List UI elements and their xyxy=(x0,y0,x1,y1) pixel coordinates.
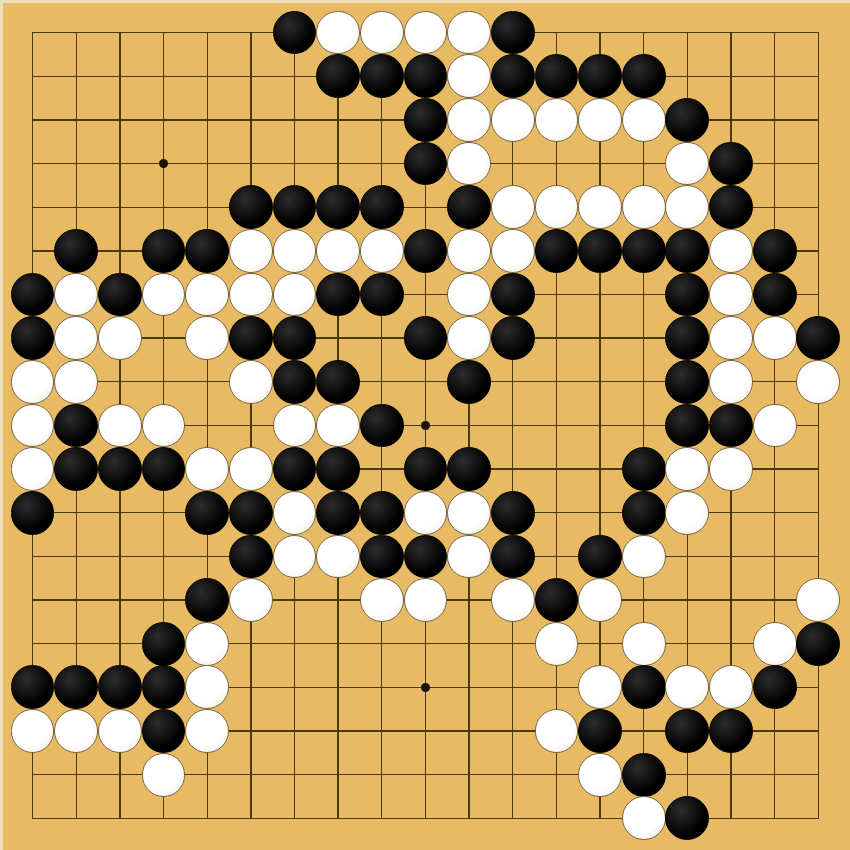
stone-white[interactable] xyxy=(185,447,229,491)
stone-white[interactable] xyxy=(404,578,448,622)
stone-white[interactable] xyxy=(665,185,709,229)
stone-white[interactable] xyxy=(273,535,317,579)
stone-white[interactable] xyxy=(578,753,622,797)
stone-black[interactable] xyxy=(404,535,448,579)
stone-black[interactable] xyxy=(54,665,98,709)
stone-black[interactable] xyxy=(273,185,317,229)
star-point xyxy=(159,159,169,169)
stone-black[interactable] xyxy=(185,578,229,622)
stone-black[interactable] xyxy=(142,622,186,666)
stone-white[interactable] xyxy=(665,142,709,186)
stone-black[interactable] xyxy=(491,535,535,579)
stone-black[interactable] xyxy=(447,185,491,229)
stone-black[interactable] xyxy=(142,229,186,273)
grid-line-vertical xyxy=(818,32,819,819)
stone-white[interactable] xyxy=(665,665,709,709)
stone-white[interactable] xyxy=(447,535,491,579)
stone-white[interactable] xyxy=(273,229,317,273)
stone-white[interactable] xyxy=(229,273,273,317)
stone-black[interactable] xyxy=(229,491,273,535)
star-point xyxy=(421,421,431,431)
stone-white[interactable] xyxy=(578,185,622,229)
stone-white[interactable] xyxy=(622,185,666,229)
stone-black[interactable] xyxy=(622,229,666,273)
stone-white[interactable] xyxy=(185,622,229,666)
stone-black[interactable] xyxy=(578,535,622,579)
stone-white[interactable] xyxy=(622,622,666,666)
stone-white[interactable] xyxy=(753,622,797,666)
stone-black[interactable] xyxy=(578,229,622,273)
stone-white[interactable] xyxy=(491,185,535,229)
stone-white[interactable] xyxy=(142,273,186,317)
stone-black[interactable] xyxy=(229,535,273,579)
stone-black[interactable] xyxy=(273,360,317,404)
stone-black[interactable] xyxy=(54,229,98,273)
stone-black[interactable] xyxy=(11,665,55,709)
stone-white[interactable] xyxy=(316,229,360,273)
stone-white[interactable] xyxy=(535,709,579,753)
stone-white[interactable] xyxy=(535,622,579,666)
stone-white[interactable] xyxy=(709,665,753,709)
stone-white[interactable] xyxy=(447,98,491,142)
stone-black[interactable] xyxy=(360,54,404,98)
grid-line-vertical xyxy=(556,32,557,819)
stone-white[interactable] xyxy=(404,491,448,535)
stone-black[interactable] xyxy=(796,622,840,666)
stone-white[interactable] xyxy=(622,796,666,840)
stone-white[interactable] xyxy=(360,229,404,273)
stone-white[interactable] xyxy=(98,709,142,753)
stone-white[interactable] xyxy=(796,360,840,404)
stone-black[interactable] xyxy=(665,98,709,142)
stone-black[interactable] xyxy=(753,273,797,317)
stone-black[interactable] xyxy=(185,491,229,535)
stone-white[interactable] xyxy=(54,273,98,317)
stone-white[interactable] xyxy=(54,709,98,753)
stone-black[interactable] xyxy=(753,229,797,273)
stone-black[interactable] xyxy=(316,185,360,229)
stone-white[interactable] xyxy=(535,185,579,229)
stone-white[interactable] xyxy=(229,360,273,404)
stone-white[interactable] xyxy=(447,54,491,98)
stone-black[interactable] xyxy=(142,665,186,709)
stone-white[interactable] xyxy=(185,273,229,317)
stone-white[interactable] xyxy=(229,229,273,273)
stone-black[interactable] xyxy=(142,709,186,753)
go-board[interactable] xyxy=(0,0,850,850)
stone-black[interactable] xyxy=(142,447,186,491)
stone-black[interactable] xyxy=(709,709,753,753)
stone-white[interactable] xyxy=(447,229,491,273)
stone-black[interactable] xyxy=(535,229,579,273)
stone-white[interactable] xyxy=(578,578,622,622)
stone-black[interactable] xyxy=(491,491,535,535)
stone-black[interactable] xyxy=(622,54,666,98)
stone-white[interactable] xyxy=(447,142,491,186)
stone-black[interactable] xyxy=(360,404,404,448)
stone-white[interactable] xyxy=(360,11,404,55)
stone-black[interactable] xyxy=(447,360,491,404)
stone-white[interactable] xyxy=(709,316,753,360)
stone-white[interactable] xyxy=(665,447,709,491)
stone-white[interactable] xyxy=(185,316,229,360)
stone-black[interactable] xyxy=(447,447,491,491)
stone-white[interactable] xyxy=(535,98,579,142)
stone-black[interactable] xyxy=(273,316,317,360)
stone-white[interactable] xyxy=(98,404,142,448)
stone-black[interactable] xyxy=(316,273,360,317)
stone-black[interactable] xyxy=(360,491,404,535)
stone-white[interactable] xyxy=(578,98,622,142)
stone-black[interactable] xyxy=(404,316,448,360)
stone-black[interactable] xyxy=(665,404,709,448)
stone-black[interactable] xyxy=(709,404,753,448)
stone-black[interactable] xyxy=(98,273,142,317)
stone-white[interactable] xyxy=(622,535,666,579)
stone-white[interactable] xyxy=(491,229,535,273)
stone-white[interactable] xyxy=(447,491,491,535)
stone-white[interactable] xyxy=(229,578,273,622)
stone-white[interactable] xyxy=(142,404,186,448)
stone-black[interactable] xyxy=(665,360,709,404)
stone-white[interactable] xyxy=(273,404,317,448)
stone-black[interactable] xyxy=(665,709,709,753)
stone-black[interactable] xyxy=(404,447,448,491)
stone-black[interactable] xyxy=(404,229,448,273)
stone-black[interactable] xyxy=(491,316,535,360)
stone-white[interactable] xyxy=(142,753,186,797)
stone-white[interactable] xyxy=(54,360,98,404)
stone-black[interactable] xyxy=(622,491,666,535)
grid-line-vertical xyxy=(512,32,513,819)
stone-black[interactable] xyxy=(11,491,55,535)
stone-white[interactable] xyxy=(185,709,229,753)
stone-white[interactable] xyxy=(316,535,360,579)
stone-black[interactable] xyxy=(11,273,55,317)
stone-black[interactable] xyxy=(54,404,98,448)
stone-white[interactable] xyxy=(709,273,753,317)
stone-black[interactable] xyxy=(404,54,448,98)
stone-white[interactable] xyxy=(491,98,535,142)
stone-black[interactable] xyxy=(404,98,448,142)
stone-white[interactable] xyxy=(404,11,448,55)
stone-white[interactable] xyxy=(709,447,753,491)
stone-white[interactable] xyxy=(709,229,753,273)
stone-black[interactable] xyxy=(491,54,535,98)
stone-black[interactable] xyxy=(360,535,404,579)
stone-white[interactable] xyxy=(622,98,666,142)
stone-black[interactable] xyxy=(535,578,579,622)
stone-white[interactable] xyxy=(709,360,753,404)
stone-black[interactable] xyxy=(229,316,273,360)
stone-white[interactable] xyxy=(11,447,55,491)
stone-black[interactable] xyxy=(578,709,622,753)
stone-black[interactable] xyxy=(665,796,709,840)
stone-white[interactable] xyxy=(578,665,622,709)
stone-black[interactable] xyxy=(229,185,273,229)
stone-black[interactable] xyxy=(796,316,840,360)
stone-white[interactable] xyxy=(447,11,491,55)
board-edge-highlight-left xyxy=(0,0,3,850)
stone-black[interactable] xyxy=(535,54,579,98)
stone-black[interactable] xyxy=(11,316,55,360)
stone-white[interactable] xyxy=(98,316,142,360)
stone-black[interactable] xyxy=(709,185,753,229)
stone-black[interactable] xyxy=(404,142,448,186)
stone-white[interactable] xyxy=(796,578,840,622)
stone-black[interactable] xyxy=(185,229,229,273)
stone-black[interactable] xyxy=(316,54,360,98)
stone-black[interactable] xyxy=(491,11,535,55)
star-point xyxy=(421,683,431,693)
stone-black[interactable] xyxy=(753,665,797,709)
stone-black[interactable] xyxy=(578,54,622,98)
stone-black[interactable] xyxy=(491,273,535,317)
stone-white[interactable] xyxy=(316,11,360,55)
stone-black[interactable] xyxy=(709,142,753,186)
stone-white[interactable] xyxy=(491,578,535,622)
stone-black[interactable] xyxy=(665,273,709,317)
board-edge-highlight-top xyxy=(0,0,850,3)
stone-black[interactable] xyxy=(360,273,404,317)
stone-black[interactable] xyxy=(360,185,404,229)
stone-white[interactable] xyxy=(11,360,55,404)
stone-white[interactable] xyxy=(753,316,797,360)
stone-white[interactable] xyxy=(316,404,360,448)
stone-white[interactable] xyxy=(185,665,229,709)
stone-black[interactable] xyxy=(665,229,709,273)
stone-white[interactable] xyxy=(665,491,709,535)
stone-white[interactable] xyxy=(11,709,55,753)
stone-white[interactable] xyxy=(753,404,797,448)
stone-white[interactable] xyxy=(273,491,317,535)
stone-black[interactable] xyxy=(665,316,709,360)
stone-white[interactable] xyxy=(11,404,55,448)
stone-black[interactable] xyxy=(316,360,360,404)
stone-white[interactable] xyxy=(54,316,98,360)
stone-black[interactable] xyxy=(273,11,317,55)
stone-white[interactable] xyxy=(447,273,491,317)
go-game-screenshot xyxy=(0,0,850,850)
stone-black[interactable] xyxy=(316,491,360,535)
stone-black[interactable] xyxy=(273,447,317,491)
stone-black[interactable] xyxy=(98,665,142,709)
stone-white[interactable] xyxy=(360,578,404,622)
stone-black[interactable] xyxy=(622,665,666,709)
stone-black[interactable] xyxy=(622,753,666,797)
stone-black[interactable] xyxy=(98,447,142,491)
stone-black[interactable] xyxy=(316,447,360,491)
stone-white[interactable] xyxy=(447,316,491,360)
stone-black[interactable] xyxy=(622,447,666,491)
stone-white[interactable] xyxy=(229,447,273,491)
stone-black[interactable] xyxy=(54,447,98,491)
stone-white[interactable] xyxy=(273,273,317,317)
